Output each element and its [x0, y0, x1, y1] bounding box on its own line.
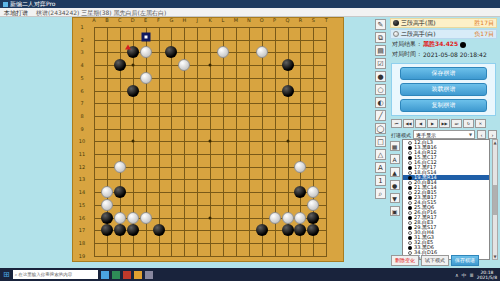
row-label: 17	[79, 228, 85, 233]
tray-ime-icon[interactable]: 中	[462, 272, 467, 278]
column-label: N	[247, 18, 251, 23]
grid-line-horizontal	[94, 179, 327, 180]
black-move-icon	[408, 246, 412, 250]
mode-prev-button[interactable]: ‹	[477, 130, 486, 139]
half-stone-icon[interactable]: ◐	[375, 97, 386, 108]
right-panel: 三段高手(黑) 胜17目 二段高手(白) 负17目 对局结果： 黑胜34.425…	[389, 17, 498, 268]
row-label: 8	[80, 113, 83, 118]
nav-button-4[interactable]: ▶▶	[439, 119, 450, 128]
copy-icon[interactable]: ⧉	[375, 32, 386, 43]
taskbar-app-icon-2[interactable]	[123, 271, 131, 279]
grid-line-horizontal	[94, 167, 327, 168]
column-label: P	[273, 18, 276, 23]
column-label: G	[169, 18, 173, 23]
game-time-value: 2021-05-08 20:18:42	[423, 51, 487, 58]
column-label: S	[312, 18, 315, 23]
white-move-icon	[408, 141, 412, 145]
star-point	[286, 140, 289, 143]
replay-mode-value: 逐手显示	[416, 132, 436, 138]
stone-black[interactable]	[294, 186, 306, 198]
result-value: 黑胜34.425	[423, 40, 458, 49]
nav-button-7[interactable]: ✕	[475, 119, 486, 128]
star-point	[209, 140, 212, 143]
zoom-tool-icon[interactable]: ⌕	[375, 188, 386, 199]
main-area: A1B2C3D4E5F6G7H8J9K10L11M12N13O14P15Q16R…	[0, 17, 500, 268]
menu-info-text: 棋谱(2434242) 三星期(38) 黑先白后(左黑右白)	[36, 8, 166, 16]
black-stone-icon	[393, 20, 399, 26]
star-point	[131, 140, 134, 143]
stone-black[interactable]	[114, 59, 126, 71]
black-move-icon	[408, 226, 412, 230]
row-label: 7	[80, 101, 83, 106]
result-row: 对局结果： 黑胜34.425	[392, 40, 497, 49]
letter-a-icon[interactable]: A	[390, 154, 400, 164]
stone-icon[interactable]: ●	[390, 180, 400, 190]
bottom-button-row: 删除变化 试下模式 保存棋谱	[391, 255, 479, 266]
taskbar-app-icon-4[interactable]	[145, 271, 153, 279]
column-label: C	[118, 18, 122, 23]
stone-white[interactable]	[140, 72, 152, 84]
load-kifu-button[interactable]: 装载棋谱	[400, 83, 487, 96]
black-move-icon	[408, 146, 412, 150]
column-label: H	[182, 18, 186, 23]
move-tree-list[interactable]: 12.白L313.黑B1614.白R1215.黑C1716.白C1217.黑F1…	[402, 139, 490, 260]
stone-white[interactable]	[140, 46, 152, 58]
mode-next-button[interactable]: ›	[488, 130, 497, 139]
chevron-down-icon: ▼	[469, 132, 472, 137]
tree-scrollbar[interactable]: ▲ ▼	[492, 139, 498, 260]
move-tree-area: ▦A▲●▼▣ 12.白L313.黑B1614.白R1215.黑C1716.白C1…	[389, 139, 498, 260]
white-move-icon	[408, 191, 412, 195]
last-move-triangle-icon	[125, 45, 131, 50]
stone-black[interactable]	[256, 224, 268, 236]
trial-mode-button[interactable]: 试下模式	[421, 255, 449, 266]
grid-line-vertical	[326, 27, 327, 257]
nav-button-3[interactable]: ▶	[427, 119, 438, 128]
stone-black[interactable]	[127, 224, 139, 236]
copy-kifu-button[interactable]: 复制棋谱	[400, 99, 487, 112]
scroll-up-icon[interactable]: ▲	[493, 140, 496, 145]
stone-white[interactable]	[307, 186, 319, 198]
stone-black[interactable]	[114, 224, 126, 236]
white-move-icon	[408, 161, 412, 165]
row-label: 15	[79, 202, 85, 207]
tool-strip: ✎⧉▤☑●○◐╱◯□△A1⌕	[374, 19, 387, 265]
black-move-icon	[408, 176, 412, 180]
column-label: L	[222, 18, 225, 23]
white-move-icon	[408, 151, 412, 155]
system-tray: ∧ 中 ≣ 20:18 2021/5/8	[455, 270, 497, 280]
row-label: 4	[80, 63, 83, 68]
row-label: 9	[80, 126, 83, 131]
stone-black[interactable]	[307, 212, 319, 224]
square-marker	[141, 32, 150, 41]
taskbar: ⊞ ⌕ 在这里输入你要搜索的内容 ∧ 中 ≣ 20:18 2021/5/8	[0, 268, 500, 281]
square-mark-icon[interactable]: □	[375, 136, 386, 147]
column-label: J	[196, 18, 197, 23]
grid-line-horizontal	[94, 192, 327, 193]
stone-black[interactable]	[307, 224, 319, 236]
game-time-row: 对局时间： 2021-05-08 20:18:42	[392, 50, 497, 59]
tray-menu-icon[interactable]: ≣	[470, 272, 474, 278]
line-tool-icon[interactable]: ╱	[375, 110, 386, 121]
game-time-label: 对局时间：	[392, 50, 422, 59]
taskbar-app-icons	[101, 271, 153, 279]
column-label: O	[260, 18, 264, 23]
checkbox-icon[interactable]: ☑	[375, 58, 386, 69]
stone-black[interactable]	[165, 46, 177, 58]
stone-white[interactable]	[114, 161, 126, 173]
scroll-down-icon[interactable]: ▼	[493, 254, 496, 259]
stone-white[interactable]	[294, 212, 306, 224]
scroll-thumb[interactable]	[493, 185, 497, 215]
taskbar-search[interactable]: ⌕ 在这里输入你要搜索的内容	[13, 270, 98, 279]
nav-button-1[interactable]: ◀◀	[403, 119, 414, 128]
black-player-row[interactable]: 三段高手(黑) 胜17目	[390, 18, 497, 28]
app-icon	[3, 2, 8, 7]
white-move-icon	[408, 231, 412, 235]
up-icon[interactable]: ▲	[390, 167, 400, 177]
stone-black[interactable]	[101, 224, 113, 236]
grid-line-horizontal	[94, 256, 327, 257]
white-player-name: 二段高手(白)	[401, 30, 436, 39]
black-move-icon	[408, 186, 412, 190]
row-label: 16	[79, 215, 85, 220]
stone-white[interactable]	[217, 46, 229, 58]
down-icon[interactable]: ▼	[390, 193, 400, 203]
clock-date: 2021/5/8	[477, 275, 497, 280]
column-label: B	[105, 18, 108, 23]
taskbar-clock[interactable]: 20:18 2021/5/8	[477, 270, 497, 280]
stone-white[interactable]	[269, 212, 281, 224]
white-move-icon	[408, 201, 412, 205]
search-placeholder: 在这里输入你要搜索的内容	[18, 272, 72, 277]
black-move-icon	[408, 216, 412, 220]
grid-line-horizontal	[94, 243, 327, 244]
nav-button-6[interactable]: ↻	[463, 119, 474, 128]
grid-line-vertical	[249, 27, 250, 257]
stone-white[interactable]	[101, 186, 113, 198]
taskbar-app-icon-1[interactable]	[112, 271, 120, 279]
row-label: 12	[79, 164, 85, 169]
tree-tools-column: ▦A▲●▼▣	[389, 139, 400, 260]
column-label: T	[325, 18, 328, 23]
row-label: 10	[79, 139, 85, 144]
row-label: 3	[80, 50, 83, 55]
stone-black[interactable]	[294, 224, 306, 236]
nav-button-0[interactable]: ⏮	[391, 119, 402, 128]
letter-mark-icon[interactable]: A	[375, 162, 386, 173]
star-point	[209, 64, 212, 67]
triangle-mark-icon[interactable]: △	[375, 149, 386, 160]
white-move-icon	[408, 181, 412, 185]
stone-white[interactable]	[127, 212, 139, 224]
search-icon: ⌕	[15, 272, 18, 277]
star-point	[131, 64, 134, 67]
white-player-score: 负17目	[474, 30, 494, 39]
black-player-score: 胜17目	[474, 19, 494, 28]
move-nav-row: ⏮◀◀◀▶▶▶⏭↻✕	[391, 119, 497, 128]
black-move-icon	[408, 166, 412, 170]
stone-white[interactable]	[282, 212, 294, 224]
black-stone-icon[interactable]: ●	[375, 71, 386, 82]
taskbar-app-icon-3[interactable]	[134, 271, 142, 279]
grid-line-horizontal	[94, 154, 327, 155]
white-stone-icon	[393, 31, 399, 37]
title-bar: 新编二人对弈Pro	[0, 0, 500, 8]
pencil-icon[interactable]: ✎	[375, 19, 386, 30]
stone-white[interactable]	[178, 59, 190, 71]
stone-black[interactable]	[282, 224, 294, 236]
column-label: R	[299, 18, 302, 23]
replay-mode-label: 打谱模式	[391, 132, 411, 138]
black-player-name: 三段高手(黑)	[401, 19, 436, 28]
stone-white[interactable]	[294, 161, 306, 173]
menu-item-local-kifu[interactable]: 本地打谱	[4, 8, 28, 16]
winner-stone-icon	[460, 42, 466, 48]
column-label: M	[234, 18, 238, 23]
column-label: K	[208, 18, 211, 23]
save-record-button[interactable]: 保存棋谱	[451, 255, 479, 266]
stone-white[interactable]	[114, 212, 126, 224]
row-label: 2	[80, 37, 83, 42]
white-stone-icon[interactable]: ○	[375, 84, 386, 95]
black-move-icon	[408, 236, 412, 240]
taskbar-app-icon-0[interactable]	[101, 271, 109, 279]
black-move-icon	[408, 156, 412, 160]
row-label: 5	[80, 75, 83, 80]
nav-button-5[interactable]: ⏭	[451, 119, 462, 128]
white-move-icon	[408, 251, 412, 255]
stone-black[interactable]	[282, 59, 294, 71]
action-button-box: 保存棋谱 装载棋谱 复制棋谱	[391, 63, 496, 116]
stone-black[interactable]	[101, 212, 113, 224]
grid-line-vertical	[223, 27, 224, 257]
column-label: Q	[286, 18, 290, 23]
stone-black[interactable]	[114, 186, 126, 198]
black-move-icon	[408, 206, 412, 210]
window-title: 新编二人对弈Pro	[10, 0, 56, 8]
result-label: 对局结果：	[392, 40, 422, 49]
save-icon[interactable]: ▤	[375, 45, 386, 56]
black-move-icon	[408, 196, 412, 200]
grid-icon[interactable]: ▦	[390, 141, 400, 151]
replay-mode-dropdown[interactable]: 逐手显示 ▼	[413, 130, 475, 139]
go-board[interactable]: A1B2C3D4E5F6G7H8J9K10L11M12N13O14P15Q16R…	[72, 17, 344, 262]
save-kifu-button[interactable]: 保存棋谱	[400, 67, 487, 80]
grid-line-horizontal	[94, 205, 327, 206]
white-move-icon	[408, 171, 412, 175]
star-point	[209, 216, 212, 219]
stone-black[interactable]	[153, 224, 165, 236]
stone-white[interactable]	[256, 46, 268, 58]
circle-mark-icon[interactable]: ◯	[375, 123, 386, 134]
stone-white[interactable]	[307, 199, 319, 211]
replay-mode-row: 打谱模式 逐手显示 ▼ ‹ ›	[391, 130, 497, 139]
white-player-row[interactable]: 二段高手(白) 负17目	[390, 29, 497, 39]
row-label: 18	[79, 240, 85, 245]
column-label: E	[144, 18, 147, 23]
start-button[interactable]: ⊞	[3, 268, 10, 281]
grid-line-vertical	[262, 27, 263, 257]
delete-variation-button[interactable]: 删除变化	[391, 255, 419, 266]
row-label: 19	[79, 253, 85, 258]
stone-white[interactable]	[101, 199, 113, 211]
row-label: 6	[80, 88, 83, 93]
white-move-icon	[408, 211, 412, 215]
row-label: 11	[79, 152, 85, 157]
stone-black[interactable]	[282, 85, 294, 97]
row-label: 14	[79, 190, 85, 195]
white-move-icon	[408, 221, 412, 225]
stone-black[interactable]	[127, 85, 139, 97]
nav-button-2[interactable]: ◀	[415, 119, 426, 128]
row-label: 13	[79, 177, 85, 182]
column-label: F	[157, 18, 160, 23]
tray-expand-icon[interactable]: ∧	[455, 272, 459, 278]
white-move-icon	[408, 241, 412, 245]
note-icon[interactable]: ▣	[390, 206, 400, 216]
column-label: A	[92, 18, 95, 23]
column-label: D	[131, 18, 135, 23]
number-mark-icon[interactable]: 1	[375, 175, 386, 186]
grid-line-vertical	[236, 27, 237, 257]
row-label: 1	[80, 25, 83, 30]
stone-white[interactable]	[140, 212, 152, 224]
